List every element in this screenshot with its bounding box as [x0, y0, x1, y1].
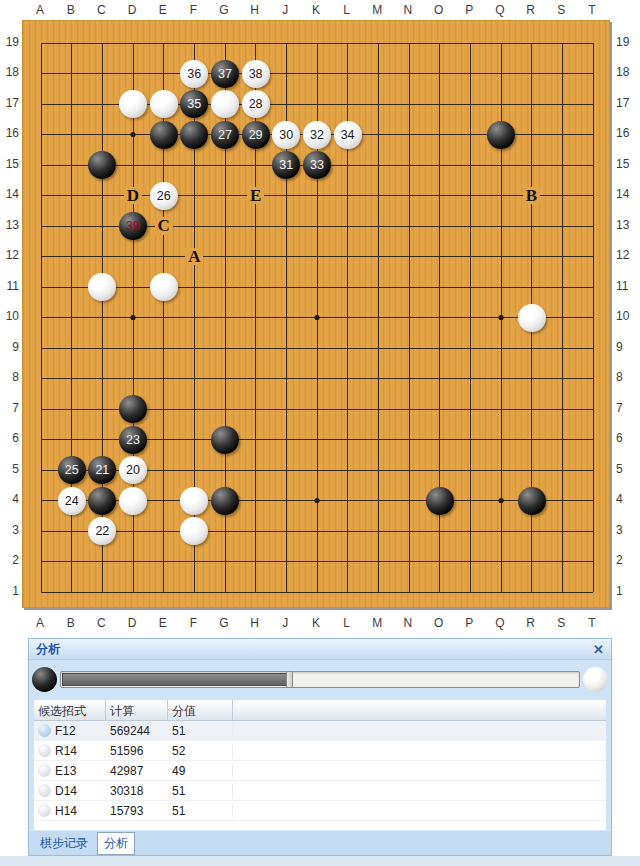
white-stone	[119, 487, 147, 515]
coordinate-label: A	[25, 615, 56, 631]
visits-cell: 51596	[106, 744, 168, 758]
move-cell: R14	[34, 744, 106, 758]
coordinate-label: T	[577, 2, 608, 18]
coordinate-label: L	[331, 2, 362, 18]
coordinate-label: N	[393, 2, 424, 18]
white-stone	[180, 517, 208, 545]
coordinate-label: 10	[0, 301, 19, 332]
black-stone	[211, 487, 239, 515]
coordinate-label: 5	[0, 454, 19, 485]
coordinate-label: J	[270, 2, 301, 18]
coordinate-label: H	[239, 2, 270, 18]
white-stone: 24	[58, 487, 86, 515]
board-coordinates-top: ABCDEFGHJKLMNOPQRST	[25, 2, 608, 18]
white-stone	[150, 273, 178, 301]
column-header[interactable]: 分值	[168, 700, 233, 720]
white-stone	[180, 487, 208, 515]
candidate-table-header: 候选招式计算分值	[34, 700, 606, 721]
coordinate-label: K	[301, 2, 332, 18]
coordinate-label: R	[515, 615, 546, 631]
coordinate-label: R	[515, 2, 546, 18]
coordinate-label: 17	[613, 88, 639, 119]
candidate-row[interactable]: R145159652	[34, 741, 606, 761]
score-cell: 49	[168, 764, 233, 778]
move-cell: F12	[34, 724, 106, 738]
winrate-thumb[interactable]	[286, 671, 293, 688]
score-cell: 51	[168, 724, 233, 738]
candidate-move: F12	[55, 724, 76, 738]
status-strip	[0, 856, 640, 866]
black-stone	[150, 121, 178, 149]
coordinate-label: 15	[0, 149, 19, 180]
coordinate-label: 1	[0, 576, 19, 607]
candidate-move-label: B	[523, 187, 540, 205]
coordinate-label: M	[362, 2, 393, 18]
candidate-row[interactable]: E134298749	[34, 761, 606, 781]
move-cell: H14	[34, 804, 106, 818]
board-coordinates-bottom: ABCDEFGHJKLMNOPQRST	[25, 615, 608, 631]
candidate-move-label: D	[124, 187, 142, 205]
candidate-row[interactable]: H141579351	[34, 801, 606, 821]
visits-cell: 42987	[106, 764, 168, 778]
candidate-move: E13	[55, 764, 76, 778]
white-stone: 36	[180, 60, 208, 88]
winrate-track[interactable]	[60, 671, 580, 688]
coordinate-label: B	[55, 2, 86, 18]
black-stone: 37	[211, 60, 239, 88]
column-header[interactable]: 候选招式	[34, 700, 106, 720]
black-stone: 29	[242, 121, 270, 149]
coordinate-label: 11	[613, 271, 639, 302]
candidate-move: D14	[55, 784, 77, 798]
candidate-move: R14	[55, 744, 77, 758]
black-stone	[180, 121, 208, 149]
black-stone: 31	[272, 151, 300, 179]
coordinate-label: 4	[613, 484, 639, 515]
candidate-row[interactable]: D143031851	[34, 781, 606, 801]
candidate-move: H14	[55, 804, 77, 818]
candidate-move-label: A	[185, 248, 203, 266]
move-cell: D14	[34, 784, 106, 798]
move-cell: E13	[34, 764, 106, 778]
coordinate-label: 5	[613, 454, 639, 485]
visits-cell: 15793	[106, 804, 168, 818]
coordinate-label: 10	[613, 301, 639, 332]
coordinate-label: 12	[613, 240, 639, 271]
coordinate-label: D	[117, 615, 148, 631]
coordinate-label: S	[546, 615, 577, 631]
coordinate-label: 16	[613, 118, 639, 149]
coordinate-label: 6	[613, 423, 639, 454]
coordinate-label: 19	[613, 27, 639, 58]
coordinate-label: 13	[0, 210, 19, 241]
coordinate-label: 2	[0, 545, 19, 576]
coordinate-label: 7	[613, 393, 639, 424]
coordinate-label: 11	[0, 271, 19, 302]
coordinate-label: 12	[0, 240, 19, 271]
coordinate-label: 14	[613, 179, 639, 210]
coordinate-label: C	[86, 2, 117, 18]
board-coordinates-left: 19181716151413121110987654321	[0, 27, 19, 607]
candidate-table-body: F1256924451R145159652E134298749D14303185…	[34, 721, 606, 821]
coordinate-label: D	[117, 2, 148, 18]
white-stone: 28	[242, 90, 270, 118]
coordinate-label: O	[423, 615, 454, 631]
coordinate-label: 6	[0, 423, 19, 454]
coordinate-label: E	[147, 2, 178, 18]
white-stone	[150, 90, 178, 118]
coordinate-label: 9	[613, 332, 639, 363]
black-stone	[88, 487, 116, 515]
black-stone: 35	[180, 90, 208, 118]
stone-icon	[38, 784, 51, 797]
black-stone: 39	[119, 212, 147, 240]
coordinate-label: F	[178, 615, 209, 631]
analysis-panel: 分析 ✕ 候选招式计算分值 F1256924451R145159652E1342…	[28, 638, 612, 856]
coordinate-label: 1	[613, 576, 639, 607]
black-stone: 25	[58, 456, 86, 484]
close-icon[interactable]: ✕	[593, 643, 604, 656]
coordinate-label: 14	[0, 179, 19, 210]
coordinate-label: 3	[613, 515, 639, 546]
stone-icon	[38, 724, 51, 737]
analysis-panel-titlebar: 分析 ✕	[29, 639, 611, 660]
coordinate-label: P	[454, 615, 485, 631]
coordinate-label: N	[393, 615, 424, 631]
coordinate-label: O	[423, 2, 454, 18]
coordinate-label: F	[178, 2, 209, 18]
coordinate-label: T	[577, 615, 608, 631]
coordinate-label: J	[270, 615, 301, 631]
coordinate-label: M	[362, 615, 393, 631]
coordinate-label: B	[55, 615, 86, 631]
winrate-fill	[62, 673, 290, 686]
winrate-slider[interactable]	[29, 660, 611, 698]
score-cell: 52	[168, 744, 233, 758]
white-stone	[88, 273, 116, 301]
stone-grid: ABCDE20212223242526272829303132333435363…	[26, 28, 609, 608]
coordinate-label: S	[546, 2, 577, 18]
coordinate-label: 3	[0, 515, 19, 546]
white-stone: 30	[272, 121, 300, 149]
candidate-move-label: E	[247, 187, 264, 205]
coordinate-label: G	[209, 615, 240, 631]
white-stone	[211, 90, 239, 118]
white-stone: 32	[303, 121, 331, 149]
black-stone	[88, 151, 116, 179]
candidate-move-label: C	[155, 217, 173, 235]
stone-icon	[38, 764, 51, 777]
coordinate-label: G	[209, 2, 240, 18]
column-header-empty	[233, 700, 606, 720]
candidate-row[interactable]: F1256924451	[34, 721, 606, 741]
coordinate-label: 2	[613, 545, 639, 576]
coordinate-label: 8	[0, 362, 19, 393]
stone-icon	[38, 744, 51, 757]
score-cell: 51	[168, 804, 233, 818]
black-stone-icon	[32, 667, 57, 692]
stone-icon	[38, 804, 51, 817]
score-cell: 51	[168, 784, 233, 798]
board-coordinates-right: 19181716151413121110987654321	[613, 27, 639, 607]
white-stone-icon	[583, 667, 608, 692]
coordinate-label: 18	[613, 57, 639, 88]
white-stone: 34	[334, 121, 362, 149]
coordinate-label: 17	[0, 88, 19, 119]
coordinate-label: Q	[485, 615, 516, 631]
tab-move-record[interactable]: 棋步记录	[34, 833, 94, 854]
black-stone	[487, 121, 515, 149]
black-stone	[119, 395, 147, 423]
coordinate-label: E	[147, 615, 178, 631]
coordinate-label: 16	[0, 118, 19, 149]
coordinate-label: 18	[0, 57, 19, 88]
column-header[interactable]: 计算	[106, 700, 168, 720]
coordinate-label: P	[454, 2, 485, 18]
white-stone: 20	[119, 456, 147, 484]
visits-cell: 30318	[106, 784, 168, 798]
black-stone: 27	[211, 121, 239, 149]
black-stone: 21	[88, 456, 116, 484]
white-stone: 22	[88, 517, 116, 545]
go-app-window: ABCDEFGHJKLMNOPQRST 19181716151413121110…	[0, 0, 640, 866]
coordinate-label: 7	[0, 393, 19, 424]
coordinate-label: 8	[613, 362, 639, 393]
analysis-panel-title: 分析	[36, 641, 60, 658]
coordinate-label: Q	[485, 2, 516, 18]
black-stone	[518, 487, 546, 515]
black-stone	[211, 426, 239, 454]
coordinate-label: H	[239, 615, 270, 631]
coordinate-label: 13	[613, 210, 639, 241]
coordinate-label: C	[86, 615, 117, 631]
coordinate-label: A	[25, 2, 56, 18]
coordinate-label: 9	[0, 332, 19, 363]
tab-analysis[interactable]: 分析	[97, 832, 135, 855]
white-stone	[518, 304, 546, 332]
candidate-move-table: 候选招式计算分值 F1256924451R145159652E134298749…	[34, 700, 606, 832]
coordinate-label: L	[331, 615, 362, 631]
white-stone: 26	[150, 182, 178, 210]
visits-cell: 569244	[106, 724, 168, 738]
coordinate-label: 15	[613, 149, 639, 180]
black-stone	[426, 487, 454, 515]
white-stone	[119, 90, 147, 118]
coordinate-label: K	[301, 615, 332, 631]
black-stone: 33	[303, 151, 331, 179]
coordinate-label: 4	[0, 484, 19, 515]
go-board[interactable]: ABCDE20212223242526272829303132333435363…	[22, 20, 610, 608]
white-stone: 38	[242, 60, 270, 88]
black-stone: 23	[119, 426, 147, 454]
coordinate-label: 19	[0, 27, 19, 58]
panel-tab-bar: 棋步记录分析	[29, 830, 611, 855]
